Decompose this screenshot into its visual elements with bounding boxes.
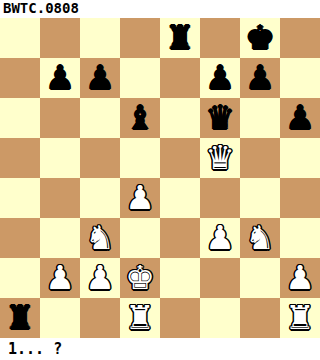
piece-black-rook: ♜ bbox=[5, 298, 35, 338]
square-f1[interactable] bbox=[200, 298, 240, 338]
piece-black-pawn: ♟ bbox=[285, 98, 315, 138]
square-g3[interactable]: ♞ bbox=[240, 218, 280, 258]
square-e5[interactable] bbox=[160, 138, 200, 178]
square-c2[interactable]: ♟ bbox=[80, 258, 120, 298]
piece-white-knight: ♞ bbox=[85, 218, 115, 258]
square-e6[interactable] bbox=[160, 98, 200, 138]
square-c3[interactable]: ♞ bbox=[80, 218, 120, 258]
piece-white-knight: ♞ bbox=[245, 218, 275, 258]
square-e2[interactable] bbox=[160, 258, 200, 298]
piece-white-rook: ♜ bbox=[285, 298, 315, 338]
square-c7[interactable]: ♟ bbox=[80, 58, 120, 98]
square-b4[interactable] bbox=[40, 178, 80, 218]
square-a1[interactable]: ♜ bbox=[0, 298, 40, 338]
square-g4[interactable] bbox=[240, 178, 280, 218]
piece-black-pawn: ♟ bbox=[85, 58, 115, 98]
piece-white-king: ♚ bbox=[125, 258, 155, 298]
square-d4[interactable]: ♟ bbox=[120, 178, 160, 218]
square-d8[interactable] bbox=[120, 18, 160, 58]
square-h6[interactable]: ♟ bbox=[280, 98, 320, 138]
square-d5[interactable] bbox=[120, 138, 160, 178]
piece-black-pawn: ♟ bbox=[245, 58, 275, 98]
square-b8[interactable] bbox=[40, 18, 80, 58]
piece-white-rook: ♜ bbox=[125, 298, 155, 338]
square-c8[interactable] bbox=[80, 18, 120, 58]
square-h5[interactable] bbox=[280, 138, 320, 178]
square-b6[interactable] bbox=[40, 98, 80, 138]
square-c1[interactable] bbox=[80, 298, 120, 338]
piece-white-pawn: ♟ bbox=[285, 258, 315, 298]
piece-black-king: ♚ bbox=[245, 18, 275, 58]
square-e7[interactable] bbox=[160, 58, 200, 98]
square-c4[interactable] bbox=[80, 178, 120, 218]
piece-white-pawn: ♟ bbox=[45, 258, 75, 298]
square-g8[interactable]: ♚ bbox=[240, 18, 280, 58]
square-a3[interactable] bbox=[0, 218, 40, 258]
square-f5[interactable]: ♛ bbox=[200, 138, 240, 178]
square-a7[interactable] bbox=[0, 58, 40, 98]
square-f7[interactable]: ♟ bbox=[200, 58, 240, 98]
square-e1[interactable] bbox=[160, 298, 200, 338]
piece-white-pawn: ♟ bbox=[205, 218, 235, 258]
piece-white-pawn: ♟ bbox=[85, 258, 115, 298]
move-prompt: 1... ? bbox=[0, 338, 320, 360]
square-b2[interactable]: ♟ bbox=[40, 258, 80, 298]
piece-white-queen: ♛ bbox=[205, 138, 235, 178]
square-f4[interactable] bbox=[200, 178, 240, 218]
square-f8[interactable] bbox=[200, 18, 240, 58]
square-d7[interactable] bbox=[120, 58, 160, 98]
square-b1[interactable] bbox=[40, 298, 80, 338]
square-d2[interactable]: ♚ bbox=[120, 258, 160, 298]
piece-white-pawn: ♟ bbox=[125, 178, 155, 218]
square-e3[interactable] bbox=[160, 218, 200, 258]
square-h2[interactable]: ♟ bbox=[280, 258, 320, 298]
piece-black-rook: ♜ bbox=[165, 18, 195, 58]
square-h4[interactable] bbox=[280, 178, 320, 218]
square-b5[interactable] bbox=[40, 138, 80, 178]
square-g1[interactable] bbox=[240, 298, 280, 338]
piece-black-pawn: ♟ bbox=[45, 58, 75, 98]
square-e8[interactable]: ♜ bbox=[160, 18, 200, 58]
square-d3[interactable] bbox=[120, 218, 160, 258]
piece-black-bishop: ♝ bbox=[125, 98, 155, 138]
square-g6[interactable] bbox=[240, 98, 280, 138]
piece-black-pawn: ♟ bbox=[205, 58, 235, 98]
square-h8[interactable] bbox=[280, 18, 320, 58]
square-h7[interactable] bbox=[280, 58, 320, 98]
square-e4[interactable] bbox=[160, 178, 200, 218]
square-d6[interactable]: ♝ bbox=[120, 98, 160, 138]
square-g5[interactable] bbox=[240, 138, 280, 178]
square-d1[interactable]: ♜ bbox=[120, 298, 160, 338]
chess-app: BWTC.0808 ♜♚♟♟♟♟♝♛♟♛♟♞♟♞♟♟♚♟♜♜♜ 1... ? bbox=[0, 0, 320, 360]
square-a5[interactable] bbox=[0, 138, 40, 178]
square-g2[interactable] bbox=[240, 258, 280, 298]
puzzle-title: BWTC.0808 bbox=[0, 0, 320, 18]
square-b3[interactable] bbox=[40, 218, 80, 258]
square-f3[interactable]: ♟ bbox=[200, 218, 240, 258]
square-h1[interactable]: ♜ bbox=[280, 298, 320, 338]
square-a6[interactable] bbox=[0, 98, 40, 138]
square-a4[interactable] bbox=[0, 178, 40, 218]
square-a2[interactable] bbox=[0, 258, 40, 298]
piece-black-queen: ♛ bbox=[205, 98, 235, 138]
square-c5[interactable] bbox=[80, 138, 120, 178]
square-h3[interactable] bbox=[280, 218, 320, 258]
square-a8[interactable] bbox=[0, 18, 40, 58]
square-f6[interactable]: ♛ bbox=[200, 98, 240, 138]
square-c6[interactable] bbox=[80, 98, 120, 138]
square-f2[interactable] bbox=[200, 258, 240, 298]
chess-board: ♜♚♟♟♟♟♝♛♟♛♟♞♟♞♟♟♚♟♜♜♜ bbox=[0, 18, 320, 338]
square-g7[interactable]: ♟ bbox=[240, 58, 280, 98]
square-b7[interactable]: ♟ bbox=[40, 58, 80, 98]
